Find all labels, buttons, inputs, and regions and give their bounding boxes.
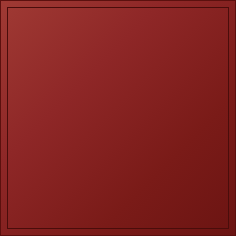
chess-board [8, 8, 228, 228]
board-frame [0, 0, 236, 236]
